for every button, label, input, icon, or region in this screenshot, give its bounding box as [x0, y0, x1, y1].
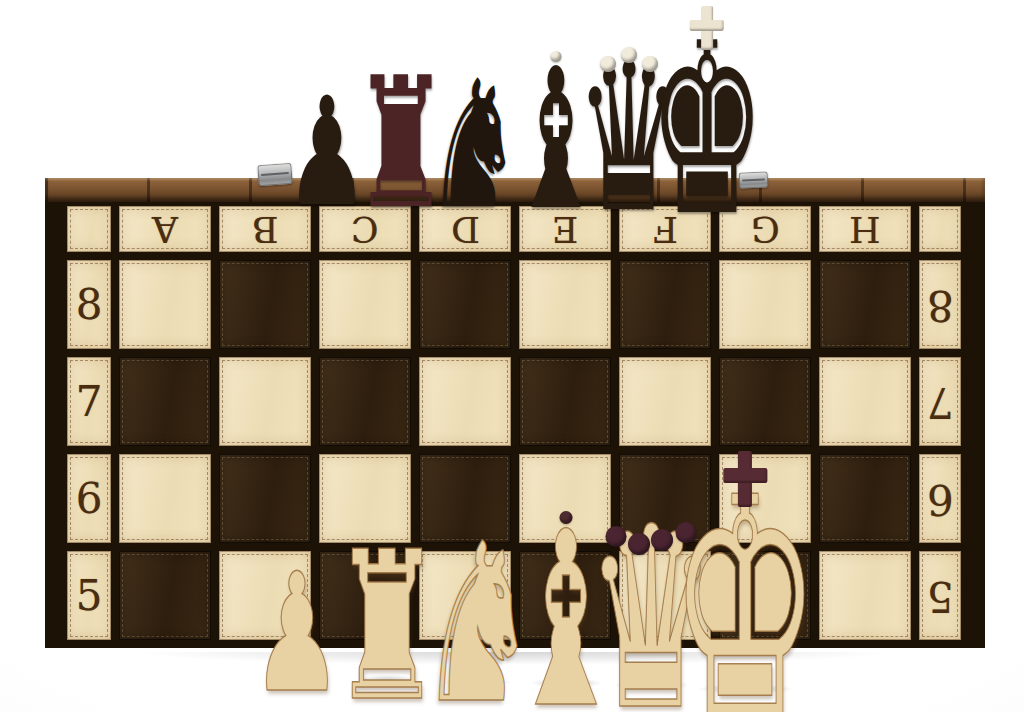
- black-king: ♚: [651, 10, 763, 191]
- white-king: ♚: [673, 456, 817, 689]
- white-pawn: ♟: [261, 558, 334, 676]
- cross-finial: [690, 6, 724, 50]
- pieces-layer: ♟♜♞♝♛♚♟♜♞♝♛♚: [0, 0, 1024, 712]
- cross-finial-horizontal: [723, 468, 767, 483]
- felt-tip-finial: [600, 56, 616, 72]
- felt-tip-finial: [628, 533, 650, 555]
- felt-tip-finial: [560, 511, 573, 524]
- felt-tip-finial: [551, 51, 562, 62]
- cross-finial-horizontal: [690, 20, 724, 31]
- black-knight: ♞: [435, 64, 514, 191]
- felt-tip-finial: [621, 47, 637, 63]
- felt-tip-finial: [606, 526, 627, 547]
- product-photo: ABCDEFGH88776655 ♟♜♞♝♛♚♟♜♞♝♛♚: [0, 0, 1024, 712]
- white-pawn-glyph: ♟: [251, 552, 342, 712]
- black-pawn: ♟: [294, 83, 361, 191]
- cross-finial: [723, 451, 767, 507]
